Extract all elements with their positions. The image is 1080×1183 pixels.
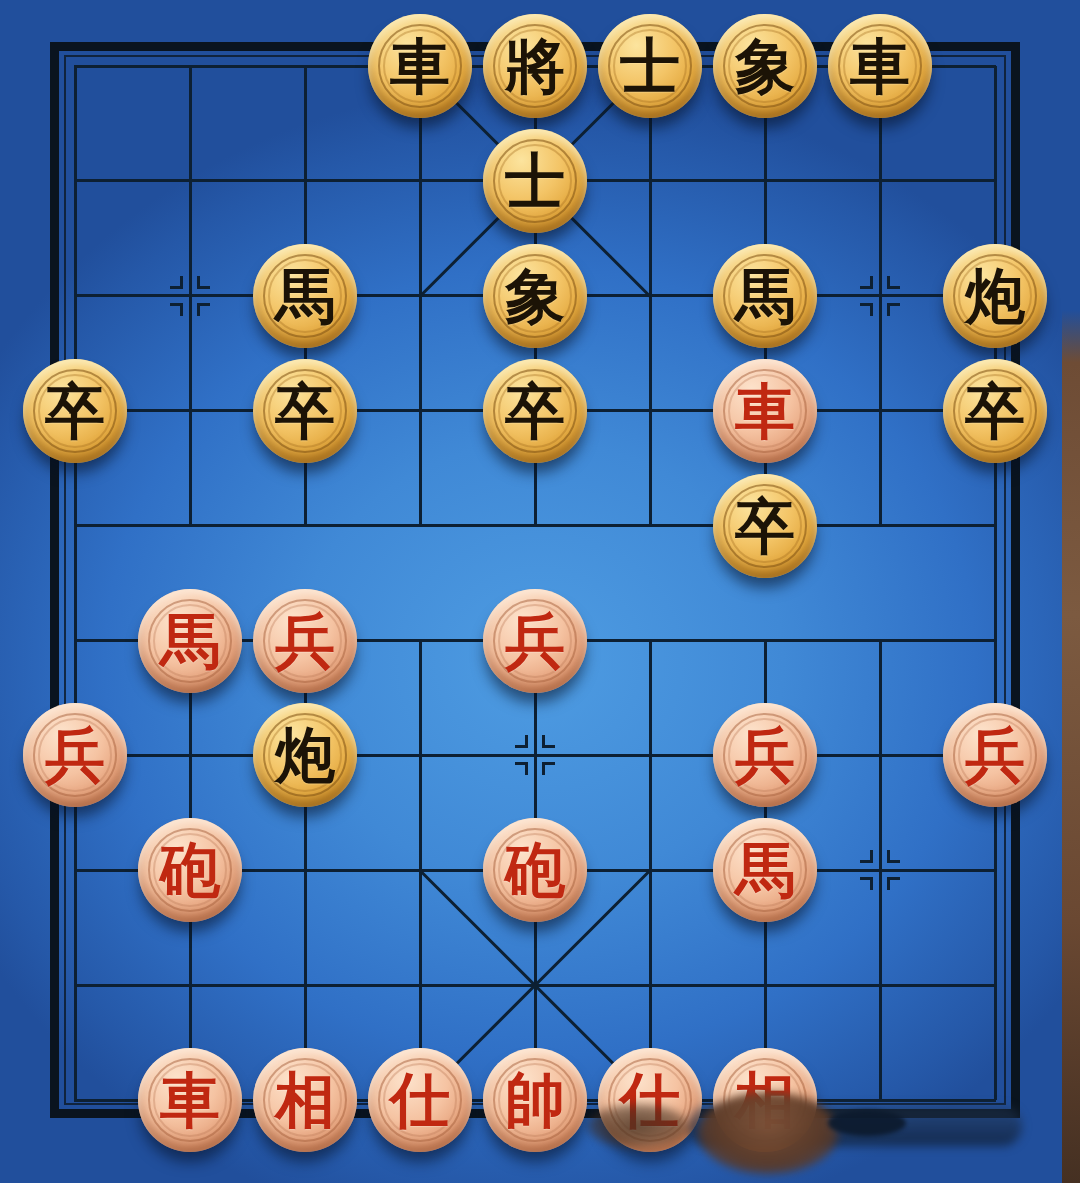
piece-glyph: 炮 xyxy=(275,726,335,786)
piece-glyph: 砲 xyxy=(505,841,565,901)
piece-glyph: 相 xyxy=(275,1071,335,1131)
grid-line xyxy=(994,66,997,1100)
piece-glyph: 馬 xyxy=(735,267,795,327)
point-marker xyxy=(860,850,873,863)
piece-black-advisor[interactable]: 士 xyxy=(483,129,587,233)
point-marker xyxy=(197,276,210,289)
piece-black-advisor[interactable]: 士 xyxy=(598,14,702,118)
grid-line xyxy=(879,66,882,526)
piece-black-elephant[interactable]: 象 xyxy=(713,14,817,118)
piece-black-soldier[interactable]: 卒 xyxy=(943,359,1047,463)
piece-red-soldier[interactable]: 兵 xyxy=(713,703,817,807)
point-marker xyxy=(515,762,528,775)
piece-glyph: 砲 xyxy=(160,841,220,901)
piece-red-soldier[interactable]: 兵 xyxy=(23,703,127,807)
piece-glyph: 帥 xyxy=(505,1071,565,1131)
point-marker xyxy=(887,276,900,289)
piece-glyph: 車 xyxy=(390,37,450,97)
grid-line xyxy=(189,66,192,526)
piece-glyph: 馬 xyxy=(275,267,335,327)
piece-black-soldier[interactable]: 卒 xyxy=(253,359,357,463)
piece-glyph: 卒 xyxy=(45,382,105,442)
xiangqi-board[interactable]: 車將士象車士馬象馬炮卒卒卒車卒卒馬兵兵兵炮兵兵砲砲馬車相仕帥仕相 xyxy=(0,0,1080,1183)
piece-red-advisor[interactable]: 仕 xyxy=(368,1048,472,1152)
point-marker xyxy=(197,303,210,316)
piece-glyph: 仕 xyxy=(390,1071,450,1131)
point-marker xyxy=(170,303,183,316)
point-marker xyxy=(515,735,528,748)
piece-red-advisor[interactable]: 仕 xyxy=(598,1048,702,1152)
piece-glyph: 象 xyxy=(735,37,795,97)
piece-black-soldier[interactable]: 卒 xyxy=(713,474,817,578)
grid-line xyxy=(879,641,882,1101)
piece-glyph: 馬 xyxy=(735,841,795,901)
piece-black-horse[interactable]: 馬 xyxy=(253,244,357,348)
piece-glyph: 象 xyxy=(505,267,565,327)
piece-black-soldier[interactable]: 卒 xyxy=(483,359,587,463)
piece-black-general[interactable]: 將 xyxy=(483,14,587,118)
piece-glyph: 卒 xyxy=(505,382,565,442)
piece-glyph: 兵 xyxy=(505,612,565,672)
piece-red-soldier[interactable]: 兵 xyxy=(253,589,357,693)
point-marker xyxy=(860,877,873,890)
piece-glyph: 車 xyxy=(735,382,795,442)
piece-red-cannon[interactable]: 砲 xyxy=(483,818,587,922)
piece-black-elephant[interactable]: 象 xyxy=(483,244,587,348)
point-marker xyxy=(887,303,900,316)
piece-glyph: 相 xyxy=(735,1071,795,1131)
piece-red-soldier[interactable]: 兵 xyxy=(483,589,587,693)
piece-red-elephant[interactable]: 相 xyxy=(713,1048,817,1152)
piece-glyph: 仕 xyxy=(620,1071,680,1131)
piece-black-chariot[interactable]: 車 xyxy=(828,14,932,118)
piece-glyph: 兵 xyxy=(45,726,105,786)
piece-glyph: 將 xyxy=(505,37,565,97)
piece-red-chariot[interactable]: 車 xyxy=(138,1048,242,1152)
point-marker xyxy=(860,276,873,289)
point-marker xyxy=(170,276,183,289)
piece-red-elephant[interactable]: 相 xyxy=(253,1048,357,1152)
piece-glyph: 車 xyxy=(160,1071,220,1131)
piece-black-cannon[interactable]: 炮 xyxy=(253,703,357,807)
piece-glyph: 馬 xyxy=(160,612,220,672)
piece-glyph: 兵 xyxy=(965,726,1025,786)
piece-black-horse[interactable]: 馬 xyxy=(713,244,817,348)
point-marker xyxy=(887,850,900,863)
piece-red-general[interactable]: 帥 xyxy=(483,1048,587,1152)
piece-red-chariot[interactable]: 車 xyxy=(713,359,817,463)
grid-line xyxy=(74,66,77,1100)
photo-edge-artifact xyxy=(1062,310,1080,1183)
piece-red-cannon[interactable]: 砲 xyxy=(138,818,242,922)
point-marker xyxy=(860,303,873,316)
piece-glyph: 士 xyxy=(505,152,565,212)
piece-glyph: 卒 xyxy=(965,382,1025,442)
piece-glyph: 車 xyxy=(850,37,910,97)
piece-black-cannon[interactable]: 炮 xyxy=(943,244,1047,348)
piece-glyph: 炮 xyxy=(965,267,1025,327)
point-marker xyxy=(542,762,555,775)
piece-glyph: 卒 xyxy=(275,382,335,442)
piece-black-soldier[interactable]: 卒 xyxy=(23,359,127,463)
piece-red-horse[interactable]: 馬 xyxy=(713,818,817,922)
piece-glyph: 士 xyxy=(620,37,680,97)
piece-glyph: 兵 xyxy=(735,726,795,786)
point-marker xyxy=(887,877,900,890)
piece-red-horse[interactable]: 馬 xyxy=(138,589,242,693)
piece-black-chariot[interactable]: 車 xyxy=(368,14,472,118)
piece-glyph: 卒 xyxy=(735,497,795,557)
piece-red-soldier[interactable]: 兵 xyxy=(943,703,1047,807)
point-marker xyxy=(542,735,555,748)
piece-glyph: 兵 xyxy=(275,612,335,672)
